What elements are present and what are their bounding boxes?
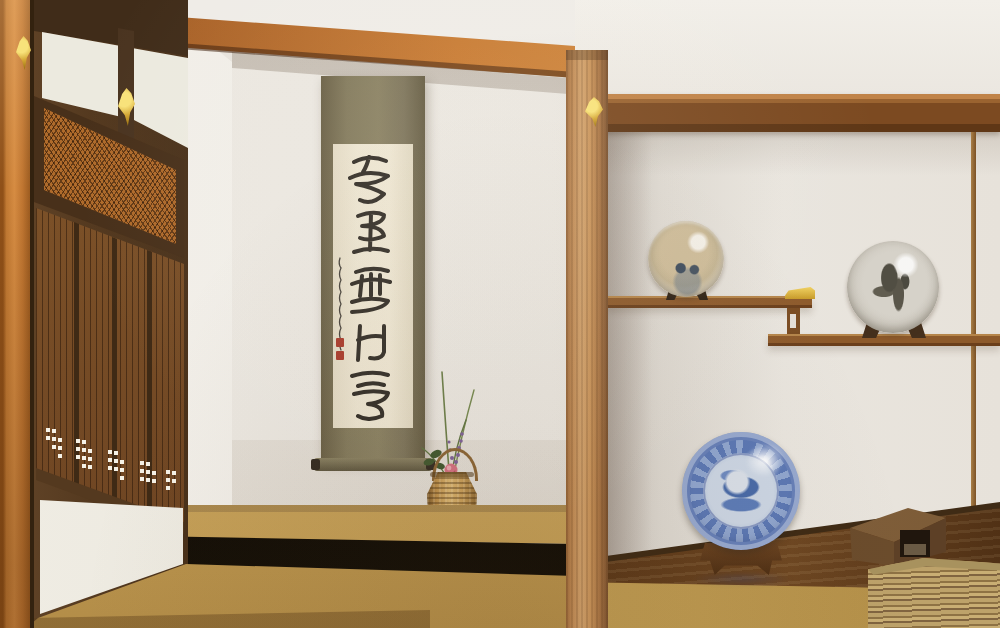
red-seal-stamp-upper — [336, 338, 344, 347]
shelf-support-cutout — [790, 314, 796, 328]
door-pierced-light-holes — [46, 428, 50, 432]
corner-post-edge — [30, 0, 34, 628]
wooden-stand-interior — [904, 544, 926, 555]
basket-rim — [430, 472, 474, 477]
beam-shadow-on-wall — [606, 132, 1000, 176]
post-shadow-on-wall — [606, 132, 652, 568]
calligraphy-brush-strokes — [338, 154, 402, 424]
horizontal-beam-right — [585, 94, 1000, 132]
corner-post-left — [0, 0, 32, 628]
japanese-room-photo: 萬里無片雲 — [0, 0, 1000, 628]
upper-shelf-plate — [648, 221, 724, 297]
tokonoma-post-top-shading — [566, 50, 608, 60]
red-seal-stamp-lower — [336, 351, 344, 360]
lower-shelf-plate — [847, 241, 939, 333]
wall-upper-right — [560, 0, 1000, 96]
lower-display-shelf — [768, 334, 1000, 346]
upper-display-shelf — [606, 296, 812, 308]
tokonoma-post — [566, 50, 608, 628]
charger-reflection — [690, 572, 794, 586]
roller-end-left — [311, 459, 320, 470]
